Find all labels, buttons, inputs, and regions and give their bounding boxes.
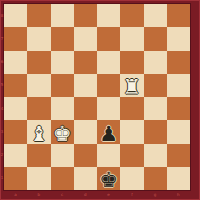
square-f2[interactable] <box>120 144 143 167</box>
white-bishop[interactable]: ♝ <box>27 123 50 146</box>
square-d7[interactable] <box>74 27 97 50</box>
file-label-h: h <box>177 192 180 197</box>
square-f7[interactable] <box>120 27 143 50</box>
square-e8[interactable] <box>97 4 120 27</box>
square-d8[interactable] <box>74 4 97 27</box>
square-g4[interactable] <box>144 97 167 120</box>
square-e3[interactable]: ♟ <box>97 120 120 143</box>
square-g1[interactable] <box>144 167 167 190</box>
chessboard[interactable]: ♜♝♚♟♚ <box>4 4 190 190</box>
file-label-g: g <box>154 192 157 197</box>
square-c2[interactable] <box>51 144 74 167</box>
square-f8[interactable] <box>120 4 143 27</box>
square-a8[interactable] <box>4 4 27 27</box>
file-label-f: f <box>131 192 132 197</box>
square-h4[interactable] <box>167 97 190 120</box>
square-e5[interactable] <box>97 74 120 97</box>
file-label-e: e <box>107 192 109 197</box>
black-king[interactable]: ♚ <box>97 169 120 192</box>
square-b4[interactable] <box>27 97 50 120</box>
square-a1[interactable] <box>4 167 27 190</box>
square-b5[interactable] <box>27 74 50 97</box>
square-h5[interactable] <box>167 74 190 97</box>
square-c4[interactable] <box>51 97 74 120</box>
square-f6[interactable] <box>120 51 143 74</box>
square-a5[interactable] <box>4 74 27 97</box>
square-f5[interactable]: ♜ <box>120 74 143 97</box>
file-label-d: d <box>84 192 87 197</box>
square-d1[interactable] <box>74 167 97 190</box>
square-e1[interactable]: ♚ <box>97 167 120 190</box>
square-b3[interactable]: ♝ <box>27 120 50 143</box>
square-c7[interactable] <box>51 27 74 50</box>
square-f3[interactable] <box>120 120 143 143</box>
rank-label-5: 5 <box>0 83 4 87</box>
square-c8[interactable] <box>51 4 74 27</box>
rank-label-6: 6 <box>0 60 4 64</box>
square-b7[interactable] <box>27 27 50 50</box>
square-e7[interactable] <box>97 27 120 50</box>
square-d4[interactable] <box>74 97 97 120</box>
rank-label-7: 7 <box>0 37 4 41</box>
white-king[interactable]: ♚ <box>51 123 74 146</box>
square-d5[interactable] <box>74 74 97 97</box>
square-e4[interactable] <box>97 97 120 120</box>
rank-label-1: 1 <box>0 176 4 180</box>
square-a4[interactable] <box>4 97 27 120</box>
square-h8[interactable] <box>167 4 190 27</box>
square-e2[interactable] <box>97 144 120 167</box>
square-b1[interactable] <box>27 167 50 190</box>
black-pawn[interactable]: ♟ <box>97 123 120 146</box>
square-g7[interactable] <box>144 27 167 50</box>
square-a2[interactable] <box>4 144 27 167</box>
square-d3[interactable] <box>74 120 97 143</box>
rank-label-4: 4 <box>0 107 4 111</box>
square-b2[interactable] <box>27 144 50 167</box>
square-a6[interactable] <box>4 51 27 74</box>
white-rook[interactable]: ♜ <box>120 76 143 99</box>
square-g8[interactable] <box>144 4 167 27</box>
square-c3[interactable]: ♚ <box>51 120 74 143</box>
square-d2[interactable] <box>74 144 97 167</box>
square-g3[interactable] <box>144 120 167 143</box>
square-c5[interactable] <box>51 74 74 97</box>
square-a7[interactable] <box>4 27 27 50</box>
rank-label-3: 3 <box>0 130 4 134</box>
square-h6[interactable] <box>167 51 190 74</box>
square-h3[interactable] <box>167 120 190 143</box>
square-c6[interactable] <box>51 51 74 74</box>
chessboard-window: ♜♝♚♟♚ 87654321abcdefgh <box>0 0 200 200</box>
file-label-c: c <box>61 192 63 197</box>
square-h1[interactable] <box>167 167 190 190</box>
square-b6[interactable] <box>27 51 50 74</box>
square-g2[interactable] <box>144 144 167 167</box>
square-g5[interactable] <box>144 74 167 97</box>
square-d6[interactable] <box>74 51 97 74</box>
square-h2[interactable] <box>167 144 190 167</box>
file-label-a: a <box>14 192 16 197</box>
square-f1[interactable] <box>120 167 143 190</box>
square-h7[interactable] <box>167 27 190 50</box>
square-a3[interactable] <box>4 120 27 143</box>
square-c1[interactable] <box>51 167 74 190</box>
rank-label-8: 8 <box>0 14 4 18</box>
file-label-b: b <box>38 192 41 197</box>
square-g6[interactable] <box>144 51 167 74</box>
square-f4[interactable] <box>120 97 143 120</box>
square-e6[interactable] <box>97 51 120 74</box>
square-b8[interactable] <box>27 4 50 27</box>
rank-label-2: 2 <box>0 153 4 157</box>
